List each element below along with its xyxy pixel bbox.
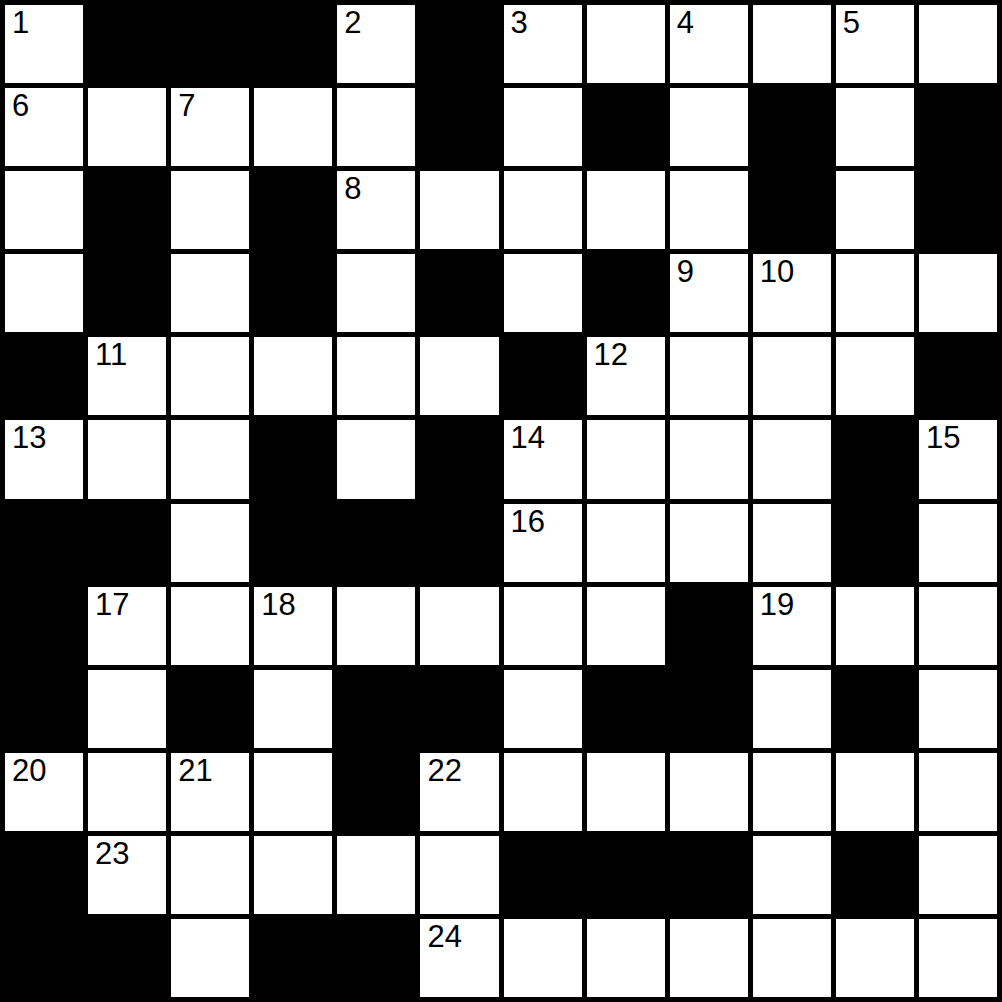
- white-cell-r6c9[interactable]: [753, 504, 831, 582]
- black-cell-r8c0: [5, 670, 83, 748]
- black-cell-r2c11: [919, 171, 997, 249]
- white-cell-r4c2[interactable]: [171, 337, 249, 415]
- white-cell-r5c2[interactable]: [171, 420, 249, 498]
- white-cell-r8c11[interactable]: [919, 670, 997, 748]
- black-cell-r8c7: [587, 670, 665, 748]
- black-cell-r1c11: [919, 88, 997, 166]
- white-cell-r9c0[interactable]: 20: [5, 753, 83, 831]
- white-cell-r10c1[interactable]: 23: [88, 836, 166, 914]
- white-cell-r10c11[interactable]: [919, 836, 997, 914]
- clue-number: 19: [760, 588, 794, 622]
- white-cell-r3c11[interactable]: [919, 254, 997, 332]
- white-cell-r3c8[interactable]: 9: [670, 254, 748, 332]
- black-cell-r11c1: [88, 919, 166, 997]
- white-cell-r11c6[interactable]: [504, 919, 582, 997]
- white-cell-r2c0[interactable]: [5, 171, 83, 249]
- white-cell-r3c4[interactable]: [337, 254, 415, 332]
- black-cell-r1c5: [420, 88, 498, 166]
- white-cell-r9c2[interactable]: 21: [171, 753, 249, 831]
- clue-number: 24: [427, 920, 461, 954]
- black-cell-r11c0: [5, 919, 83, 997]
- black-cell-r10c10: [836, 836, 914, 914]
- white-cell-r6c8[interactable]: [670, 504, 748, 582]
- white-cell-r9c9[interactable]: [753, 753, 831, 831]
- clue-number: 8: [344, 172, 361, 206]
- black-cell-r11c3: [254, 919, 332, 997]
- white-cell-r5c9[interactable]: [753, 420, 831, 498]
- white-cell-r2c10[interactable]: [836, 171, 914, 249]
- white-cell-r9c8[interactable]: [670, 753, 748, 831]
- black-cell-r4c11: [919, 337, 997, 415]
- black-cell-r5c5: [420, 420, 498, 498]
- clue-number: 11: [95, 338, 127, 372]
- white-cell-r5c0[interactable]: 13: [5, 420, 83, 498]
- white-cell-r10c2[interactable]: [171, 836, 249, 914]
- clue-number: 20: [12, 754, 46, 788]
- white-cell-r6c7[interactable]: [587, 504, 665, 582]
- white-cell-r3c10[interactable]: [836, 254, 914, 332]
- white-cell-r7c4[interactable]: [337, 587, 415, 665]
- white-cell-r2c4[interactable]: 8: [337, 171, 415, 249]
- clue-number: 22: [427, 754, 461, 788]
- white-cell-r1c4[interactable]: [337, 88, 415, 166]
- white-cell-r2c5[interactable]: [420, 171, 498, 249]
- white-cell-r9c7[interactable]: [587, 753, 665, 831]
- clue-number: 6: [12, 89, 29, 123]
- white-cell-r8c9[interactable]: [753, 670, 831, 748]
- white-cell-r7c7[interactable]: [587, 587, 665, 665]
- white-cell-r10c4[interactable]: [337, 836, 415, 914]
- white-cell-r0c4[interactable]: 2: [337, 5, 415, 83]
- clue-number: 15: [926, 421, 960, 455]
- white-cell-r0c8[interactable]: 4: [670, 5, 748, 83]
- white-cell-r8c6[interactable]: [504, 670, 582, 748]
- black-cell-r7c8: [670, 587, 748, 665]
- black-cell-r6c3: [254, 504, 332, 582]
- white-cell-r0c11[interactable]: [919, 5, 997, 83]
- white-cell-r0c6[interactable]: 3: [504, 5, 582, 83]
- white-cell-r5c4[interactable]: [337, 420, 415, 498]
- white-cell-r1c0[interactable]: 6: [5, 88, 83, 166]
- black-cell-r10c6: [504, 836, 582, 914]
- white-cell-r2c2[interactable]: [171, 171, 249, 249]
- black-cell-r6c5: [420, 504, 498, 582]
- white-cell-r11c11[interactable]: [919, 919, 997, 997]
- white-cell-r3c2[interactable]: [171, 254, 249, 332]
- white-cell-r7c3[interactable]: 18: [254, 587, 332, 665]
- black-cell-r5c10: [836, 420, 914, 498]
- white-cell-r10c9[interactable]: [753, 836, 831, 914]
- white-cell-r4c9[interactable]: [753, 337, 831, 415]
- white-cell-r1c8[interactable]: [670, 88, 748, 166]
- clue-number: 4: [677, 6, 694, 40]
- white-cell-r1c6[interactable]: [504, 88, 582, 166]
- white-cell-r3c0[interactable]: [5, 254, 83, 332]
- black-cell-r1c9: [753, 88, 831, 166]
- black-cell-r10c7: [587, 836, 665, 914]
- white-cell-r3c9[interactable]: 10: [753, 254, 831, 332]
- white-cell-r4c8[interactable]: [670, 337, 748, 415]
- clue-number: 9: [677, 255, 694, 289]
- black-cell-r0c1: [88, 5, 166, 83]
- black-cell-r8c8: [670, 670, 748, 748]
- white-cell-r11c7[interactable]: [587, 919, 665, 997]
- clue-number: 3: [511, 6, 528, 40]
- black-cell-r8c10: [836, 670, 914, 748]
- white-cell-r5c11[interactable]: 15: [919, 420, 997, 498]
- white-cell-r4c3[interactable]: [254, 337, 332, 415]
- clue-number: 7: [178, 89, 195, 123]
- white-cell-r5c7[interactable]: [587, 420, 665, 498]
- clue-number: 12: [594, 338, 628, 372]
- black-cell-r6c1: [88, 504, 166, 582]
- white-cell-r1c3[interactable]: [254, 88, 332, 166]
- white-cell-r10c5[interactable]: [420, 836, 498, 914]
- white-cell-r7c5[interactable]: [420, 587, 498, 665]
- white-cell-r4c4[interactable]: [337, 337, 415, 415]
- black-cell-r3c3: [254, 254, 332, 332]
- white-cell-r8c3[interactable]: [254, 670, 332, 748]
- clue-number: 21: [178, 754, 212, 788]
- black-cell-r2c3: [254, 171, 332, 249]
- clue-number: 13: [12, 421, 46, 455]
- white-cell-r9c11[interactable]: [919, 753, 997, 831]
- white-cell-r7c10[interactable]: [836, 587, 914, 665]
- white-cell-r4c5[interactable]: [420, 337, 498, 415]
- clue-number: 5: [843, 6, 860, 40]
- black-cell-r6c10: [836, 504, 914, 582]
- black-cell-r0c5: [420, 5, 498, 83]
- clue-number: 14: [511, 421, 545, 455]
- white-cell-r0c9[interactable]: [753, 5, 831, 83]
- white-cell-r2c7[interactable]: [587, 171, 665, 249]
- white-cell-r0c10[interactable]: 5: [836, 5, 914, 83]
- black-cell-r2c1: [88, 171, 166, 249]
- black-cell-r10c0: [5, 836, 83, 914]
- black-cell-r1c7: [587, 88, 665, 166]
- clue-number: 1: [12, 6, 29, 40]
- black-cell-r9c4: [337, 753, 415, 831]
- white-cell-r10c3[interactable]: [254, 836, 332, 914]
- clue-number: 16: [511, 505, 545, 539]
- clue-number: 10: [760, 255, 794, 289]
- clue-number: 17: [95, 588, 129, 622]
- white-cell-r9c3[interactable]: [254, 753, 332, 831]
- white-cell-r6c6[interactable]: 16: [504, 504, 582, 582]
- white-cell-r9c10[interactable]: [836, 753, 914, 831]
- black-cell-r10c8: [670, 836, 748, 914]
- black-cell-r7c0: [5, 587, 83, 665]
- black-cell-r8c4: [337, 670, 415, 748]
- white-cell-r11c2[interactable]: [171, 919, 249, 997]
- white-cell-r4c1[interactable]: 11: [88, 337, 166, 415]
- white-cell-r1c2[interactable]: 7: [171, 88, 249, 166]
- black-cell-r3c1: [88, 254, 166, 332]
- white-cell-r6c11[interactable]: [919, 504, 997, 582]
- white-cell-r11c8[interactable]: [670, 919, 748, 997]
- white-cell-r0c0[interactable]: 1: [5, 5, 83, 83]
- white-cell-r11c10[interactable]: [836, 919, 914, 997]
- black-cell-r8c5: [420, 670, 498, 748]
- black-cell-r4c0: [5, 337, 83, 415]
- white-cell-r2c8[interactable]: [670, 171, 748, 249]
- black-cell-r5c3: [254, 420, 332, 498]
- white-cell-r3c6[interactable]: [504, 254, 582, 332]
- clue-number: 23: [95, 837, 129, 871]
- white-cell-r4c7[interactable]: 12: [587, 337, 665, 415]
- black-cell-r11c4: [337, 919, 415, 997]
- black-cell-r6c0: [5, 504, 83, 582]
- white-cell-r4c10[interactable]: [836, 337, 914, 415]
- white-cell-r9c5[interactable]: 22: [420, 753, 498, 831]
- black-cell-r3c7: [587, 254, 665, 332]
- clue-number: 2: [344, 6, 361, 40]
- clue-number: 18: [261, 588, 295, 622]
- white-cell-r8c1[interactable]: [88, 670, 166, 748]
- white-cell-r0c7[interactable]: [587, 5, 665, 83]
- white-cell-r1c10[interactable]: [836, 88, 914, 166]
- black-cell-r6c4: [337, 504, 415, 582]
- white-cell-r5c6[interactable]: 14: [504, 420, 582, 498]
- white-cell-r11c5[interactable]: 24: [420, 919, 498, 997]
- white-cell-r2c6[interactable]: [504, 171, 582, 249]
- white-cell-r7c9[interactable]: 19: [753, 587, 831, 665]
- white-cell-r7c6[interactable]: [504, 587, 582, 665]
- white-cell-r5c8[interactable]: [670, 420, 748, 498]
- white-cell-r7c11[interactable]: [919, 587, 997, 665]
- black-cell-r0c2: [171, 5, 249, 83]
- white-cell-r9c6[interactable]: [504, 753, 582, 831]
- black-cell-r2c9: [753, 171, 831, 249]
- white-cell-r5c1[interactable]: [88, 420, 166, 498]
- black-cell-r3c5: [420, 254, 498, 332]
- black-cell-r4c6: [504, 337, 582, 415]
- black-cell-r0c3: [254, 5, 332, 83]
- crossword-grid: 123456789101112131415161718192021222324: [0, 0, 1002, 1002]
- black-cell-r8c2: [171, 670, 249, 748]
- white-cell-r1c1[interactable]: [88, 88, 166, 166]
- white-cell-r11c9[interactable]: [753, 919, 831, 997]
- white-cell-r7c1[interactable]: 17: [88, 587, 166, 665]
- white-cell-r9c1[interactable]: [88, 753, 166, 831]
- white-cell-r7c2[interactable]: [171, 587, 249, 665]
- white-cell-r6c2[interactable]: [171, 504, 249, 582]
